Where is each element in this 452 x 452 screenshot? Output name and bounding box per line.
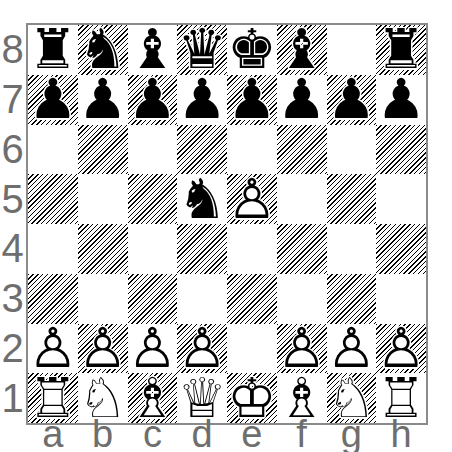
piece-white-pawn[interactable]: ♙ [376,324,426,374]
square-g2[interactable]: ♟♙ [327,324,377,374]
square-e2[interactable] [227,324,277,374]
square-g5[interactable] [327,174,377,224]
square-c2[interactable]: ♟♙ [128,324,178,374]
piece-backing: ♟ [78,324,128,374]
square-g7[interactable]: ♟ [327,75,377,125]
square-b8[interactable]: ♞ [78,25,128,75]
square-f7[interactable]: ♟ [277,75,327,125]
square-f3[interactable] [277,274,327,324]
piece-backing: ♟ [277,324,327,374]
square-c6[interactable] [128,125,178,175]
piece-black-knight[interactable]: ♞ [78,25,128,75]
piece-white-pawn[interactable]: ♙ [128,324,178,374]
square-a7[interactable]: ♟ [28,75,78,125]
square-a6[interactable] [28,125,78,175]
square-b7[interactable]: ♟ [78,75,128,125]
file-label-f: f [277,417,327,452]
piece-black-pawn[interactable]: ♟ [227,75,277,125]
square-g4[interactable] [327,224,377,274]
square-h4[interactable] [376,224,426,274]
rank-label-5: 5 [0,174,25,224]
piece-backing: ♟ [177,324,227,374]
square-h5[interactable] [376,174,426,224]
square-b3[interactable] [78,274,128,324]
piece-black-pawn[interactable]: ♟ [376,75,426,125]
piece-black-rook[interactable]: ♜ [376,25,426,75]
square-f4[interactable] [277,224,327,274]
square-d7[interactable]: ♟ [177,75,227,125]
square-f8[interactable]: ♝ [277,25,327,75]
rank-label-1: 1 [0,373,25,423]
rank-label-2: 2 [0,324,25,374]
square-e8[interactable]: ♚ [227,25,277,75]
square-e7[interactable]: ♟ [227,75,277,125]
piece-white-pawn[interactable]: ♙ [78,324,128,374]
file-label-c: c [128,417,178,452]
square-h3[interactable] [376,274,426,324]
square-c5[interactable] [128,174,178,224]
piece-black-bishop[interactable]: ♝ [277,25,327,75]
chess-board: ♜♞♝♛♚♝♜♟♟♟♟♟♟♟♟♞♟♙♟♙♟♙♟♙♟♙♟♙♟♙♟♙♜♖♞♘♝♗♛♕… [26,23,428,425]
piece-black-king[interactable]: ♚ [227,25,277,75]
square-d2[interactable]: ♟♙ [177,324,227,374]
piece-black-pawn[interactable]: ♟ [277,75,327,125]
square-h6[interactable] [376,125,426,175]
rank-label-4: 4 [0,224,25,274]
piece-backing: ♟ [128,324,178,374]
square-h8[interactable]: ♜ [376,25,426,75]
rank-label-3: 3 [0,274,25,324]
square-d8[interactable]: ♛ [177,25,227,75]
file-label-e: e [227,417,277,452]
piece-black-pawn[interactable]: ♟ [78,75,128,125]
square-c4[interactable] [128,224,178,274]
chess-diagram: 8 7 6 5 4 3 2 1 ♜♞♝♛♚♝♜♟♟♟♟♟♟♟♟♞♟♙♟♙♟♙♟♙… [0,0,452,452]
file-label-h: h [376,417,426,452]
square-a5[interactable] [28,174,78,224]
square-b6[interactable] [78,125,128,175]
square-g6[interactable] [327,125,377,175]
square-a2[interactable]: ♟♙ [28,324,78,374]
piece-backing: ♟ [227,174,277,224]
square-f2[interactable]: ♟♙ [277,324,327,374]
piece-backing: ♟ [327,324,377,374]
square-d3[interactable] [177,274,227,324]
square-b4[interactable] [78,224,128,274]
square-h7[interactable]: ♟ [376,75,426,125]
square-d5[interactable]: ♞ [177,174,227,224]
square-e3[interactable] [227,274,277,324]
piece-white-pawn[interactable]: ♙ [177,324,227,374]
square-a4[interactable] [28,224,78,274]
piece-black-pawn[interactable]: ♟ [128,75,178,125]
square-a8[interactable]: ♜ [28,25,78,75]
square-f6[interactable] [277,125,327,175]
square-g3[interactable] [327,274,377,324]
piece-backing: ♟ [376,324,426,374]
piece-black-rook[interactable]: ♜ [28,25,78,75]
file-label-a: a [28,417,78,452]
piece-white-pawn[interactable]: ♙ [327,324,377,374]
square-h2[interactable]: ♟♙ [376,324,426,374]
rank-labels: 8 7 6 5 4 3 2 1 [0,25,25,423]
square-e4[interactable] [227,224,277,274]
square-e5[interactable]: ♟♙ [227,174,277,224]
piece-black-pawn[interactable]: ♟ [28,75,78,125]
piece-black-pawn[interactable]: ♟ [177,75,227,125]
piece-white-pawn[interactable]: ♙ [227,174,277,224]
rank-label-6: 6 [0,125,25,175]
file-label-d: d [177,417,227,452]
square-a3[interactable] [28,274,78,324]
square-b2[interactable]: ♟♙ [78,324,128,374]
square-d6[interactable] [177,125,227,175]
square-c8[interactable]: ♝ [128,25,178,75]
piece-black-bishop[interactable]: ♝ [128,25,178,75]
rank-label-8: 8 [0,25,25,75]
piece-white-pawn[interactable]: ♙ [28,324,78,374]
file-label-g: g [327,417,377,452]
piece-black-pawn[interactable]: ♟ [327,75,377,125]
piece-black-queen[interactable]: ♛ [177,25,227,75]
square-f5[interactable] [277,174,327,224]
square-g8[interactable] [327,25,377,75]
square-b5[interactable] [78,174,128,224]
piece-black-knight[interactable]: ♞ [177,174,227,224]
square-c7[interactable]: ♟ [128,75,178,125]
rank-label-7: 7 [0,75,25,125]
piece-backing: ♟ [28,324,78,374]
piece-white-pawn[interactable]: ♙ [277,324,327,374]
file-labels: a b c d e f g h [28,417,426,452]
square-e6[interactable] [227,125,277,175]
square-d4[interactable] [177,224,227,274]
file-label-b: b [78,417,128,452]
square-c3[interactable] [128,274,178,324]
